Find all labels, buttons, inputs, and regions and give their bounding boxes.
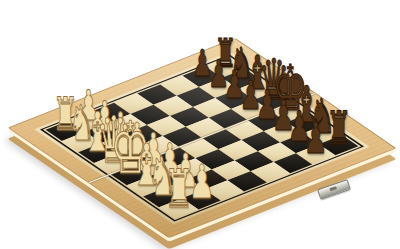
board: ♜♞♝♛♚♝♞♜♟♟♟♟♟♟♟♟♟♟♟♟♟♟♟♟♜♞♝♛♚♝♞♜ xyxy=(8,38,397,238)
piece-black-pawn: ♟ xyxy=(304,117,328,160)
chess-set: ♜♞♝♛♚♝♞♜♟♟♟♟♟♟♟♟♟♟♟♟♟♟♟♟♜♞♝♛♚♝♞♜ xyxy=(64,0,340,249)
square-h1: ♜ xyxy=(159,198,198,218)
product-photo: ♜♞♝♛♚♝♞♜♟♟♟♟♟♟♟♟♟♟♟♟♟♟♟♟♜♞♝♛♚♝♞♜ xyxy=(0,0,400,249)
piece-white-rook: ♜ xyxy=(164,162,193,215)
piece-black-rook: ♜ xyxy=(326,105,352,151)
